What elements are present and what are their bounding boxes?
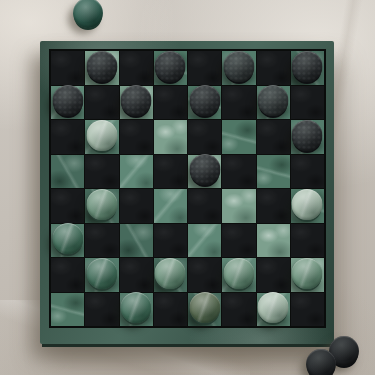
square-r1c8[interactable] bbox=[291, 51, 324, 85]
square-r1c1[interactable] bbox=[51, 51, 84, 85]
checker-piece-green[interactable] bbox=[258, 292, 289, 323]
square-r6c8[interactable] bbox=[291, 224, 324, 258]
square-r4c4[interactable] bbox=[154, 155, 187, 189]
square-r2c2[interactable] bbox=[85, 86, 118, 120]
square-r3c3[interactable] bbox=[120, 120, 153, 154]
square-r6c2[interactable] bbox=[85, 224, 118, 258]
square-r4c2[interactable] bbox=[85, 155, 118, 189]
checker-piece-green[interactable] bbox=[155, 258, 186, 289]
checker-piece-green[interactable] bbox=[86, 258, 117, 289]
square-r2c4[interactable] bbox=[154, 86, 187, 120]
checker-piece-black[interactable] bbox=[52, 85, 83, 116]
checkers-board bbox=[40, 41, 334, 344]
square-r3c8[interactable] bbox=[291, 120, 324, 154]
square-r7c7[interactable] bbox=[257, 258, 290, 292]
playing-grid bbox=[49, 49, 326, 328]
checker-piece-green[interactable] bbox=[223, 258, 254, 289]
square-r4c8[interactable] bbox=[291, 155, 324, 189]
square-r5c8[interactable] bbox=[291, 189, 324, 223]
square-r3c6[interactable] bbox=[222, 120, 255, 154]
square-r8c3[interactable] bbox=[120, 293, 153, 327]
square-r7c5[interactable] bbox=[188, 258, 221, 292]
square-r2c1[interactable] bbox=[51, 86, 84, 120]
square-r2c6[interactable] bbox=[222, 86, 255, 120]
square-r5c4[interactable] bbox=[154, 189, 187, 223]
square-r5c1[interactable] bbox=[51, 189, 84, 223]
square-r6c7[interactable] bbox=[257, 224, 290, 258]
square-r1c2[interactable] bbox=[85, 51, 118, 85]
square-r5c5[interactable] bbox=[188, 189, 221, 223]
square-r3c4[interactable] bbox=[154, 120, 187, 154]
square-r4c1[interactable] bbox=[51, 155, 84, 189]
square-r1c7[interactable] bbox=[257, 51, 290, 85]
square-r5c7[interactable] bbox=[257, 189, 290, 223]
checker-piece-black[interactable] bbox=[189, 85, 220, 116]
square-r6c3[interactable] bbox=[120, 224, 153, 258]
square-r2c8[interactable] bbox=[291, 86, 324, 120]
checker-piece-black[interactable] bbox=[121, 85, 152, 116]
checker-piece-green[interactable] bbox=[121, 292, 152, 323]
checker-piece-green[interactable] bbox=[189, 292, 220, 323]
square-r7c3[interactable] bbox=[120, 258, 153, 292]
square-r6c4[interactable] bbox=[154, 224, 187, 258]
square-r8c6[interactable] bbox=[222, 293, 255, 327]
square-r1c6[interactable] bbox=[222, 51, 255, 85]
checker-piece-black[interactable] bbox=[292, 120, 323, 151]
square-r7c1[interactable] bbox=[51, 258, 84, 292]
square-r3c2[interactable] bbox=[85, 120, 118, 154]
square-r2c7[interactable] bbox=[257, 86, 290, 120]
checker-piece-black[interactable] bbox=[258, 85, 289, 116]
square-r8c1[interactable] bbox=[51, 293, 84, 327]
square-r1c3[interactable] bbox=[120, 51, 153, 85]
checker-piece-green[interactable] bbox=[292, 258, 323, 289]
square-r8c5[interactable] bbox=[188, 293, 221, 327]
square-r6c1[interactable] bbox=[51, 224, 84, 258]
square-r7c8[interactable] bbox=[291, 258, 324, 292]
square-r3c7[interactable] bbox=[257, 120, 290, 154]
square-r8c7[interactable] bbox=[257, 293, 290, 327]
square-r8c4[interactable] bbox=[154, 293, 187, 327]
checker-piece-black[interactable] bbox=[292, 51, 323, 82]
square-r2c3[interactable] bbox=[120, 86, 153, 120]
checker-piece-black[interactable] bbox=[155, 51, 186, 82]
square-r1c4[interactable] bbox=[154, 51, 187, 85]
off-board-piece-black[interactable] bbox=[306, 349, 336, 375]
table-surface bbox=[0, 0, 375, 375]
square-r7c4[interactable] bbox=[154, 258, 187, 292]
square-r3c1[interactable] bbox=[51, 120, 84, 154]
off-board-piece-green[interactable] bbox=[73, 0, 103, 28]
square-r2c5[interactable] bbox=[188, 86, 221, 120]
checker-piece-black[interactable] bbox=[223, 51, 254, 82]
square-r4c5[interactable] bbox=[188, 155, 221, 189]
square-r5c3[interactable] bbox=[120, 189, 153, 223]
checker-piece-black[interactable] bbox=[86, 51, 117, 82]
square-r8c2[interactable] bbox=[85, 293, 118, 327]
square-r7c2[interactable] bbox=[85, 258, 118, 292]
square-r6c6[interactable] bbox=[222, 224, 255, 258]
checker-piece-green[interactable] bbox=[292, 189, 323, 220]
checker-piece-green[interactable] bbox=[86, 120, 117, 151]
square-r7c6[interactable] bbox=[222, 258, 255, 292]
square-r4c6[interactable] bbox=[222, 155, 255, 189]
square-r5c2[interactable] bbox=[85, 189, 118, 223]
square-r8c8[interactable] bbox=[291, 293, 324, 327]
checker-piece-green[interactable] bbox=[86, 189, 117, 220]
square-r3c5[interactable] bbox=[188, 120, 221, 154]
square-r5c6[interactable] bbox=[222, 189, 255, 223]
checker-piece-green[interactable] bbox=[52, 223, 83, 254]
square-r1c5[interactable] bbox=[188, 51, 221, 85]
square-r6c5[interactable] bbox=[188, 224, 221, 258]
square-r4c3[interactable] bbox=[120, 155, 153, 189]
square-r4c7[interactable] bbox=[257, 155, 290, 189]
checker-piece-black[interactable] bbox=[189, 154, 220, 185]
